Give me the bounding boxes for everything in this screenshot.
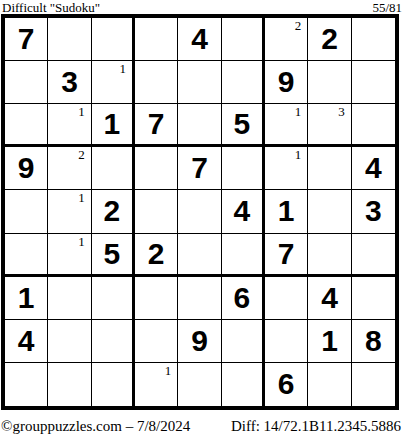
cell-r9c7[interactable]: 6	[265, 363, 308, 406]
cell-r6c8[interactable]	[308, 234, 351, 277]
cell-r1c8[interactable]: 2	[308, 18, 351, 61]
cell-r9c3[interactable]	[92, 363, 135, 406]
pencil-mark: 1	[78, 105, 85, 118]
cell-r4c2[interactable]: 2	[48, 147, 91, 190]
cell-r5c8[interactable]	[308, 190, 351, 233]
cell-r2c3[interactable]: 1	[92, 61, 135, 104]
cell-r8c5[interactable]: 9	[178, 320, 221, 363]
cell-r6c2[interactable]: 1	[48, 234, 91, 277]
given-digit: 1	[103, 109, 120, 139]
cell-r4c5[interactable]: 7	[178, 147, 221, 190]
cell-r3c7[interactable]: 1	[265, 104, 308, 147]
cell-r8c1[interactable]: 4	[5, 320, 48, 363]
cell-r2c7[interactable]: 9	[265, 61, 308, 104]
cell-r6c9[interactable]	[352, 234, 395, 277]
cell-r7c9[interactable]	[352, 277, 395, 320]
pencil-mark: 2	[78, 148, 85, 161]
given-digit: 7	[148, 109, 165, 139]
empty-cell-counter: 55/81	[372, 1, 402, 14]
cell-r7c3[interactable]	[92, 277, 135, 320]
cell-r4c8[interactable]	[308, 147, 351, 190]
header: Difficult "Sudoku" 55/81	[0, 0, 403, 14]
given-digit: 6	[278, 369, 295, 399]
cell-r9c6[interactable]	[222, 363, 265, 406]
given-digit: 1	[321, 326, 338, 356]
cell-r2c1[interactable]	[5, 61, 48, 104]
given-digit: 9	[278, 67, 295, 97]
cell-r1c3[interactable]	[92, 18, 135, 61]
cell-r1c4[interactable]	[135, 18, 178, 61]
cell-r3c4[interactable]: 7	[135, 104, 178, 147]
cell-r9c5[interactable]	[178, 363, 221, 406]
cell-r5c9[interactable]: 3	[352, 190, 395, 233]
cell-r6c1[interactable]	[5, 234, 48, 277]
cell-r2c9[interactable]	[352, 61, 395, 104]
cell-r6c5[interactable]	[178, 234, 221, 277]
given-digit: 7	[278, 239, 295, 269]
cell-r3c2[interactable]: 1	[48, 104, 91, 147]
given-digit: 7	[18, 24, 35, 54]
given-digit: 4	[191, 24, 208, 54]
cell-r3c5[interactable]	[178, 104, 221, 147]
pencil-mark: 1	[295, 148, 302, 161]
cell-r7c8[interactable]: 4	[308, 277, 351, 320]
pencil-mark: 1	[295, 105, 302, 118]
cell-r1c6[interactable]	[222, 18, 265, 61]
cell-r5c5[interactable]	[178, 190, 221, 233]
cell-r8c4[interactable]	[135, 320, 178, 363]
cell-r6c6[interactable]	[222, 234, 265, 277]
cell-r8c3[interactable]	[92, 320, 135, 363]
cell-r4c9[interactable]: 4	[352, 147, 395, 190]
given-digit: 3	[365, 196, 382, 226]
cell-r9c8[interactable]	[308, 363, 351, 406]
cell-r5c4[interactable]	[135, 190, 178, 233]
cell-r1c5[interactable]: 4	[178, 18, 221, 61]
given-digit: 5	[233, 109, 250, 139]
pencil-mark: 1	[165, 364, 172, 377]
given-digit: 5	[103, 239, 120, 269]
given-digit: 2	[103, 196, 120, 226]
given-digit: 8	[365, 326, 382, 356]
cell-r5c1[interactable]	[5, 190, 48, 233]
cell-r4c6[interactable]	[222, 147, 265, 190]
cell-r9c4[interactable]: 1	[135, 363, 178, 406]
cell-r8c9[interactable]: 8	[352, 320, 395, 363]
cell-r5c6[interactable]: 4	[222, 190, 265, 233]
cell-r8c6[interactable]	[222, 320, 265, 363]
pencil-mark: 2	[295, 19, 302, 32]
given-digit: 4	[18, 326, 35, 356]
given-digit: 9	[18, 153, 35, 183]
cell-r7c5[interactable]	[178, 277, 221, 320]
cell-r2c4[interactable]	[135, 61, 178, 104]
cell-r3c3[interactable]: 1	[92, 104, 135, 147]
cell-r7c1[interactable]: 1	[5, 277, 48, 320]
cell-r3c6[interactable]: 5	[222, 104, 265, 147]
cell-r2c5[interactable]	[178, 61, 221, 104]
cell-r3c1[interactable]	[5, 104, 48, 147]
given-digit: 1	[18, 283, 35, 313]
cell-r8c8[interactable]: 1	[308, 320, 351, 363]
given-digit: 4	[233, 196, 250, 226]
cell-r7c6[interactable]: 6	[222, 277, 265, 320]
cell-r9c9[interactable]	[352, 363, 395, 406]
pencil-mark: 1	[78, 191, 85, 204]
cell-r9c2[interactable]	[48, 363, 91, 406]
given-digit: 4	[365, 153, 382, 183]
footer: ©grouppuzzles.com – 7/8/2024 Diff: 14/72…	[0, 419, 403, 434]
cell-r8c2[interactable]	[48, 320, 91, 363]
cell-r4c4[interactable]	[135, 147, 178, 190]
cell-r6c3[interactable]: 5	[92, 234, 135, 277]
cell-r9c1[interactable]	[5, 363, 48, 406]
cell-r2c6[interactable]	[222, 61, 265, 104]
cell-r6c7[interactable]: 7	[265, 234, 308, 277]
copyright-text: ©grouppuzzles.com – 7/8/2024	[1, 419, 190, 434]
cell-r5c3[interactable]: 2	[92, 190, 135, 233]
cell-r2c8[interactable]	[308, 61, 351, 104]
given-digit: 6	[233, 283, 250, 313]
given-digit: 3	[61, 67, 78, 97]
cell-r7c4[interactable]	[135, 277, 178, 320]
cell-r2c2[interactable]: 3	[48, 61, 91, 104]
cell-r5c2[interactable]: 1	[48, 190, 91, 233]
given-digit: 4	[321, 283, 338, 313]
given-digit: 7	[191, 153, 208, 183]
cell-r1c9[interactable]	[352, 18, 395, 61]
cell-r3c9[interactable]	[352, 104, 395, 147]
cell-r1c2[interactable]	[48, 18, 91, 61]
cell-r1c7[interactable]: 2	[265, 18, 308, 61]
pencil-mark: 1	[78, 235, 85, 248]
cell-r7c7[interactable]	[265, 277, 308, 320]
sudoku-page: Difficult "Sudoku" 55/81 742231911751392…	[0, 0, 403, 437]
cell-r7c2[interactable]	[48, 277, 91, 320]
cell-r8c7[interactable]	[265, 320, 308, 363]
page-title: Difficult "Sudoku"	[2, 1, 100, 14]
cell-r4c1[interactable]: 9	[5, 147, 48, 190]
sudoku-board: 742231911751392714124131527164491816	[1, 14, 399, 410]
cell-r3c8[interactable]: 3	[308, 104, 351, 147]
cell-r4c3[interactable]	[92, 147, 135, 190]
cell-r4c7[interactable]: 1	[265, 147, 308, 190]
given-digit: 2	[148, 239, 165, 269]
given-digit: 1	[278, 196, 295, 226]
cell-r6c4[interactable]: 2	[135, 234, 178, 277]
pencil-mark: 3	[338, 105, 345, 118]
given-digit: 9	[191, 326, 208, 356]
pencil-mark: 1	[119, 62, 126, 75]
given-digit: 2	[321, 24, 338, 54]
difficulty-code: Diff: 14/72.1B11.2345.5886	[231, 419, 401, 434]
cell-r1c1[interactable]: 7	[5, 18, 48, 61]
cell-r5c7[interactable]: 1	[265, 190, 308, 233]
